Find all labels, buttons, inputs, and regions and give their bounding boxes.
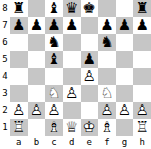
piece-glyph: ♝: [45, 0, 63, 17]
square-e4[interactable]: ♟♙: [81, 68, 99, 85]
piece-white-pawn[interactable]: ♟♙: [133, 102, 151, 119]
square-h5[interactable]: [133, 51, 151, 68]
piece-black-pawn[interactable]: ♟: [98, 17, 116, 34]
square-b6[interactable]: [28, 34, 46, 51]
square-b7[interactable]: ♟: [28, 17, 46, 34]
square-a6[interactable]: [10, 34, 28, 51]
square-a7[interactable]: ♟: [10, 17, 28, 34]
piece-white-bishop[interactable]: ♝♗: [98, 119, 116, 136]
piece-black-knight[interactable]: ♞: [45, 34, 63, 51]
square-g4[interactable]: [116, 68, 134, 85]
square-f7[interactable]: ♟: [98, 17, 116, 34]
piece-white-queen[interactable]: ♛♕: [63, 119, 81, 136]
square-g7[interactable]: ♟: [116, 17, 134, 34]
piece-glyph: ♞: [45, 34, 63, 51]
piece-glyph: ♖: [10, 119, 28, 136]
piece-black-pawn[interactable]: ♟: [10, 17, 28, 34]
square-e2[interactable]: [81, 102, 99, 119]
square-h4[interactable]: [133, 68, 151, 85]
square-f4[interactable]: [98, 68, 116, 85]
square-a3[interactable]: [10, 85, 28, 102]
piece-glyph: ♙: [45, 102, 63, 119]
square-g3[interactable]: [116, 85, 134, 102]
square-d1[interactable]: ♛♕: [63, 119, 81, 136]
square-h1[interactable]: ♜♖: [133, 119, 151, 136]
piece-white-bishop[interactable]: ♝♗: [45, 119, 63, 136]
square-g8[interactable]: [116, 0, 134, 17]
square-e6[interactable]: [81, 34, 99, 51]
file-label-a: a: [10, 136, 28, 149]
square-e5[interactable]: ♟: [81, 51, 99, 68]
file-label-g: g: [116, 136, 134, 149]
piece-white-pawn[interactable]: ♟♙: [45, 102, 63, 119]
square-d2[interactable]: [63, 102, 81, 119]
square-e7[interactable]: [81, 17, 99, 34]
rank-labels: 87654321: [0, 0, 10, 136]
piece-black-pawn[interactable]: ♟: [28, 17, 46, 34]
piece-black-knight[interactable]: ♞: [98, 34, 116, 51]
square-d6[interactable]: [63, 34, 81, 51]
square-g5[interactable]: [116, 51, 134, 68]
piece-glyph: ♕: [63, 119, 81, 136]
square-h8[interactable]: ♜: [133, 0, 151, 17]
piece-glyph: ♙: [81, 68, 99, 85]
square-b8[interactable]: [28, 0, 46, 17]
file-labels: abcdefgh: [10, 136, 151, 149]
piece-glyph: ♟: [133, 17, 151, 34]
piece-glyph: ♘: [45, 85, 63, 102]
square-d4[interactable]: [63, 68, 81, 85]
piece-white-pawn[interactable]: ♟♙: [63, 85, 81, 102]
square-b5[interactable]: [28, 51, 46, 68]
piece-glyph: ♟: [10, 17, 28, 34]
piece-glyph: ♙: [28, 102, 46, 119]
piece-glyph: ♙: [10, 102, 28, 119]
piece-glyph: ♗: [98, 119, 116, 136]
square-e8[interactable]: ♚: [81, 0, 99, 17]
piece-white-king[interactable]: ♚♔: [81, 119, 99, 136]
file-label-h: h: [133, 136, 151, 149]
square-h6[interactable]: [133, 34, 151, 51]
piece-glyph: ♛: [63, 0, 81, 17]
piece-glyph: ♟: [116, 17, 134, 34]
piece-glyph: ♟: [63, 17, 81, 34]
square-c2[interactable]: ♟♙: [45, 102, 63, 119]
file-label-e: e: [81, 136, 99, 149]
piece-black-bishop[interactable]: ♝: [45, 0, 63, 17]
square-g1[interactable]: [116, 119, 134, 136]
square-b1[interactable]: [28, 119, 46, 136]
piece-glyph: ♘: [98, 85, 116, 102]
square-c6[interactable]: ♞: [45, 34, 63, 51]
piece-black-queen[interactable]: ♛: [63, 0, 81, 17]
piece-black-rook[interactable]: ♜: [133, 0, 151, 17]
piece-black-rook[interactable]: ♜: [10, 0, 28, 17]
rank-label-7: 7: [0, 17, 10, 34]
chess-board: ♜♝♛♚♜♟♟♟♟♟♟♟♞♞♝♟♟♙♞♘♟♙♞♘♟♙♟♙♟♙♟♙♟♙♟♙♜♖♝♗…: [10, 0, 151, 136]
square-d3[interactable]: ♟♙: [63, 85, 81, 102]
square-d5[interactable]: [63, 51, 81, 68]
piece-glyph: ♚: [81, 0, 99, 17]
piece-white-pawn[interactable]: ♟♙: [10, 102, 28, 119]
file-label-f: f: [98, 136, 116, 149]
square-f2[interactable]: ♟♙: [98, 102, 116, 119]
square-c8[interactable]: ♝: [45, 0, 63, 17]
square-f8[interactable]: [98, 0, 116, 17]
piece-white-rook[interactable]: ♜♖: [10, 119, 28, 136]
square-d7[interactable]: ♟: [63, 17, 81, 34]
square-h2[interactable]: ♟♙: [133, 102, 151, 119]
square-b4[interactable]: [28, 68, 46, 85]
square-b2[interactable]: ♟♙: [28, 102, 46, 119]
piece-glyph: ♜: [10, 0, 28, 17]
square-a8[interactable]: ♜: [10, 0, 28, 17]
square-f3[interactable]: ♞♘: [98, 85, 116, 102]
piece-black-pawn[interactable]: ♟: [133, 17, 151, 34]
piece-glyph: ♜: [133, 0, 151, 17]
square-f5[interactable]: [98, 51, 116, 68]
piece-black-king[interactable]: ♚: [81, 0, 99, 17]
rank-label-2: 2: [0, 102, 10, 119]
piece-black-pawn[interactable]: ♟: [45, 17, 63, 34]
square-g6[interactable]: [116, 34, 134, 51]
piece-glyph: ♟: [28, 17, 46, 34]
rank-label-6: 6: [0, 34, 10, 51]
square-c5[interactable]: ♝: [45, 51, 63, 68]
square-c7[interactable]: ♟: [45, 17, 63, 34]
piece-glyph: ♔: [81, 119, 99, 136]
file-label-b: b: [28, 136, 46, 149]
piece-glyph: ♙: [116, 102, 134, 119]
piece-white-knight[interactable]: ♞♘: [45, 85, 63, 102]
piece-glyph: ♗: [45, 119, 63, 136]
square-c1[interactable]: ♝♗: [45, 119, 63, 136]
piece-black-pawn[interactable]: ♟: [116, 17, 134, 34]
piece-glyph: ♙: [63, 85, 81, 102]
file-label-c: c: [45, 136, 63, 149]
square-g2[interactable]: ♟♙: [116, 102, 134, 119]
square-a5[interactable]: [10, 51, 28, 68]
piece-glyph: ♞: [98, 34, 116, 51]
piece-black-pawn[interactable]: ♟: [81, 51, 99, 68]
square-e3[interactable]: [81, 85, 99, 102]
piece-glyph: ♝: [45, 51, 63, 68]
rank-label-3: 3: [0, 85, 10, 102]
piece-glyph: ♟: [98, 17, 116, 34]
chess-board-app: 87654321 ♜♝♛♚♜♟♟♟♟♟♟♟♞♞♝♟♟♙♞♘♟♙♞♘♟♙♟♙♟♙♟…: [0, 0, 151, 149]
piece-glyph: ♟: [81, 51, 99, 68]
piece-glyph: ♟: [45, 17, 63, 34]
square-f6[interactable]: ♞: [98, 34, 116, 51]
rank-label-4: 4: [0, 68, 10, 85]
piece-white-knight[interactable]: ♞♘: [98, 85, 116, 102]
piece-glyph: ♙: [98, 102, 116, 119]
square-d8[interactable]: ♛: [63, 0, 81, 17]
square-c4[interactable]: [45, 68, 63, 85]
piece-white-pawn[interactable]: ♟♙: [116, 102, 134, 119]
rank-label-8: 8: [0, 0, 10, 17]
piece-white-pawn[interactable]: ♟♙: [98, 102, 116, 119]
piece-black-bishop[interactable]: ♝: [45, 51, 63, 68]
square-c3[interactable]: ♞♘: [45, 85, 63, 102]
piece-black-pawn[interactable]: ♟: [63, 17, 81, 34]
file-label-d: d: [63, 136, 81, 149]
square-e1[interactable]: ♚♔: [81, 119, 99, 136]
square-a1[interactable]: ♜♖: [10, 119, 28, 136]
piece-white-pawn[interactable]: ♟♙: [81, 68, 99, 85]
square-f1[interactable]: ♝♗: [98, 119, 116, 136]
square-a2[interactable]: ♟♙: [10, 102, 28, 119]
square-h7[interactable]: ♟: [133, 17, 151, 34]
piece-white-pawn[interactable]: ♟♙: [28, 102, 46, 119]
square-b3[interactable]: [28, 85, 46, 102]
rank-label-1: 1: [0, 119, 10, 136]
piece-glyph: ♖: [133, 119, 151, 136]
piece-white-rook[interactable]: ♜♖: [133, 119, 151, 136]
rank-label-5: 5: [0, 51, 10, 68]
piece-glyph: ♙: [133, 102, 151, 119]
square-h3[interactable]: [133, 85, 151, 102]
square-a4[interactable]: [10, 68, 28, 85]
